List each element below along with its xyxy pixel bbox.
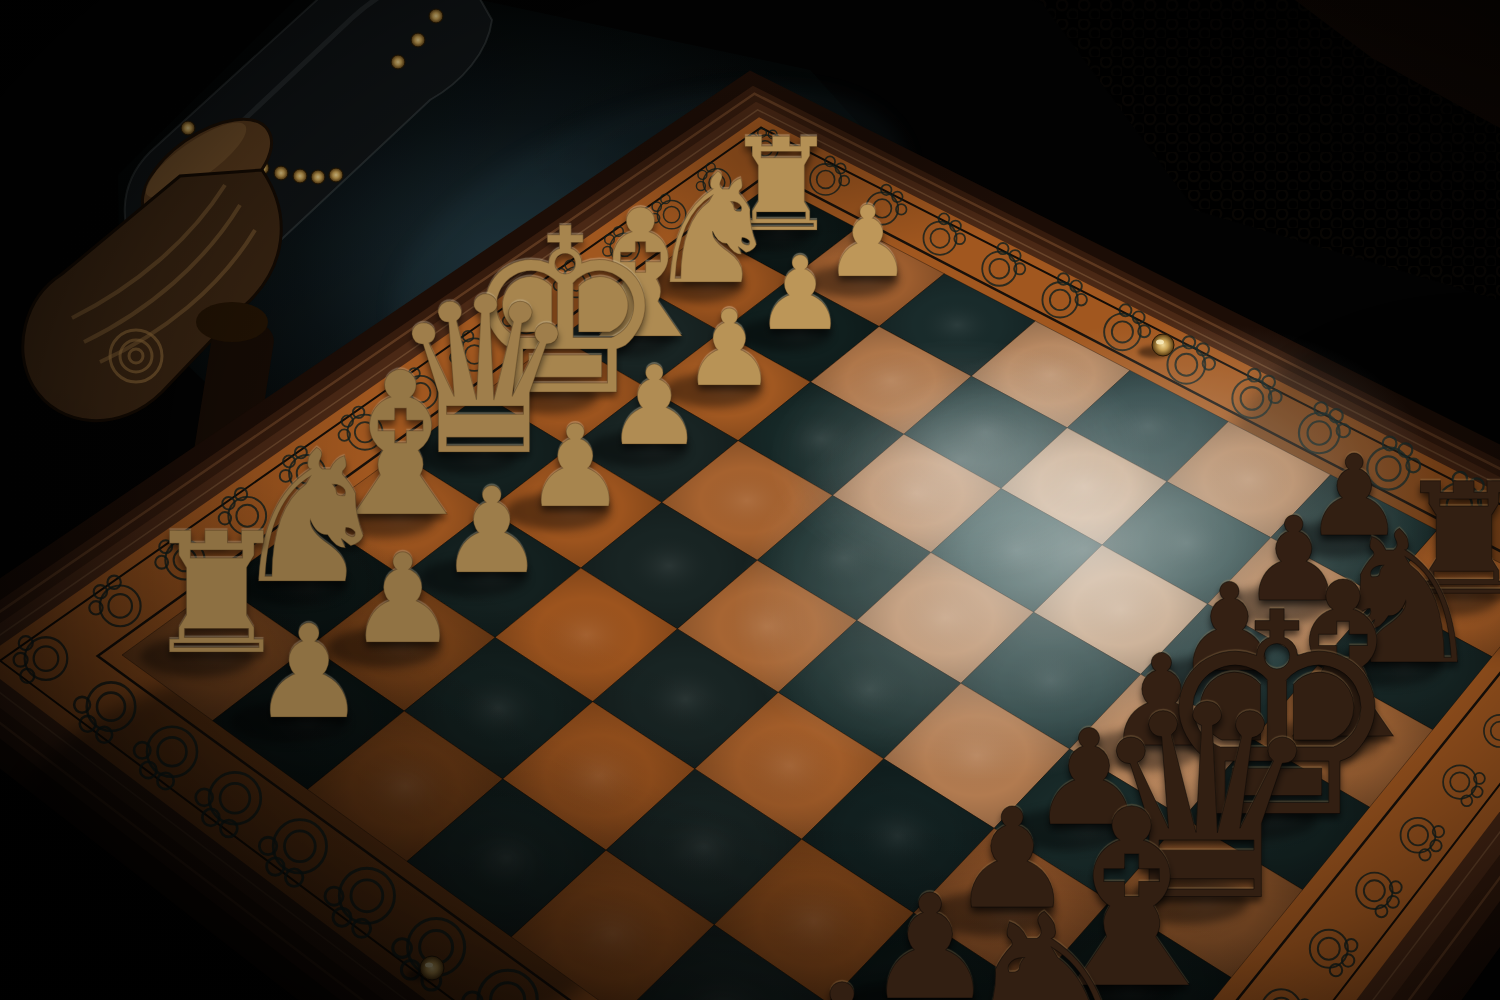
pieces-layer: ♜♞♝♚♛♝♞♜♟♟♟♟♟♟♟♟♜♞♝♚♛♝♞♜♟♟♟♟♟♟♟♟	[0, 0, 1500, 1000]
piece-white-pawn-h2[interactable]: ♟	[251, 607, 367, 736]
chess-table-scene: ♜♞♝♚♛♝♞♜♟♟♟♟♟♟♟♟♜♞♝♚♛♝♞♜♟♟♟♟♟♟♟♟	[0, 0, 1500, 1000]
piece-black-knight-g8[interactable]: ♞	[949, 886, 1155, 1000]
